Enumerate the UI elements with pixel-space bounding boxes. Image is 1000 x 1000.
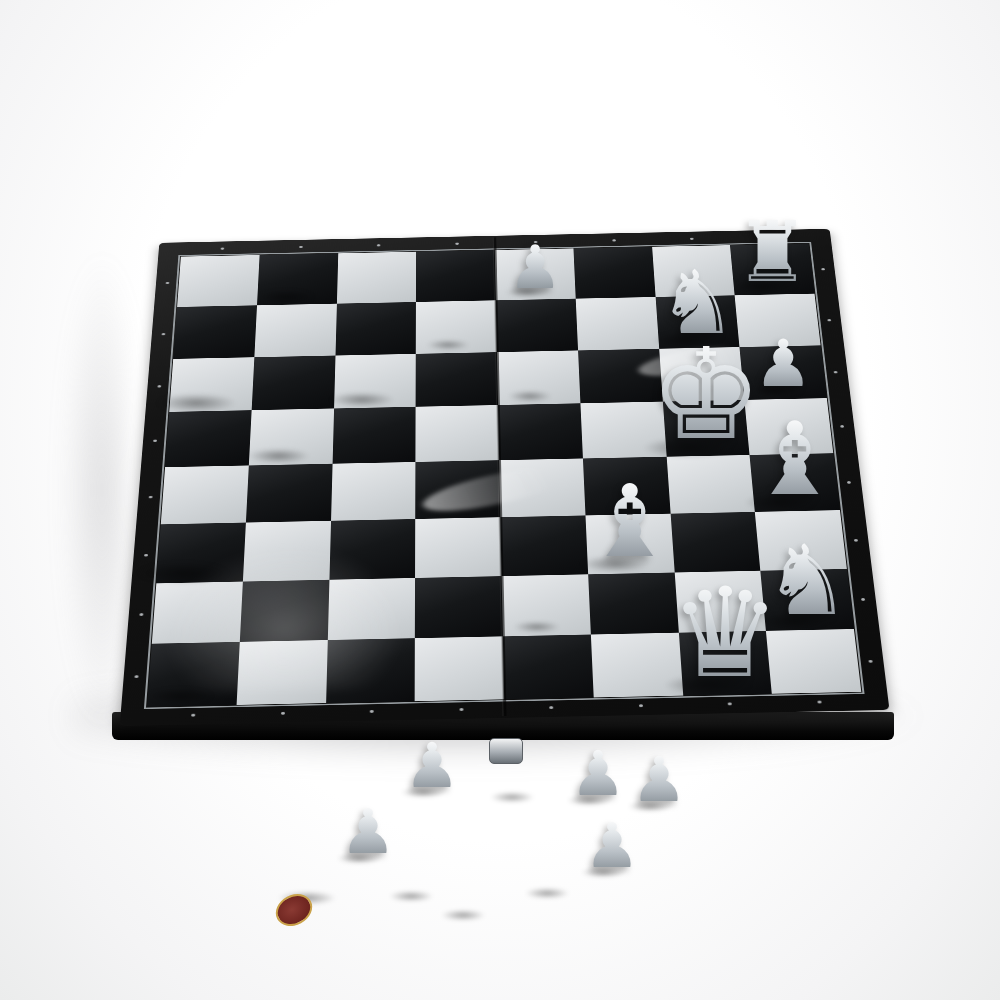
piece-gold-rook-b8[interactable]: ♜ xyxy=(261,222,334,303)
piece-gold-bishop-c6[interactable]: ♝ xyxy=(334,315,416,407)
piece-gold-knight-b5[interactable]: ♞ xyxy=(252,375,331,463)
piece-gold-pawn-captured[interactable]: ♟ xyxy=(444,858,500,920)
piece-gold-rook-a1[interactable]: ♜ xyxy=(152,611,235,704)
piece-silver-king-g5[interactable]: ♚ xyxy=(650,332,763,458)
piece-silver-bishop-h4[interactable]: ♝ xyxy=(750,409,841,510)
piece-gold-pawn-captured[interactable]: ♟ xyxy=(392,839,448,901)
pieces-layer: ♜♟♜♟♞♛♝♟♟♞♚♝♚♝♟♞♜♛♝♟♟♟♟♟♟♟♟♟ xyxy=(0,0,1000,1000)
piece-gold-pawn-captured[interactable]: ♟ xyxy=(493,740,549,802)
piece-gold-pawn-captured[interactable]: ♟ xyxy=(528,836,584,898)
chess-set-photo-scene: ♜♟♜♟♞♛♝♟♟♞♚♝♚♝♟♞♜♛♝♟♟♟♟♟♟♟♟♟ xyxy=(0,0,1000,1000)
piece-gold-king-a3[interactable]: ♚ xyxy=(143,455,259,584)
piece-gold-pawn-e6[interactable]: ♟ xyxy=(511,339,567,401)
piece-silver-pawn-captured[interactable]: ♟ xyxy=(584,815,640,877)
piece-silver-queen-g1[interactable]: ♛ xyxy=(670,571,781,695)
piece-silver-pawn-h6[interactable]: ♟ xyxy=(754,331,812,396)
piece-silver-pawn-captured[interactable]: ♟ xyxy=(404,735,460,797)
piece-gold-pawn-e2[interactable]: ♟ xyxy=(517,566,576,632)
piece-silver-pawn-captured[interactable]: ♟ xyxy=(631,749,687,811)
piece-gold-queen-a6[interactable]: ♛ xyxy=(161,300,261,412)
piece-silver-rook-h8[interactable]: ♜ xyxy=(735,210,810,294)
piece-silver-pawn-e8[interactable]: ♟ xyxy=(508,237,562,297)
piece-silver-bishop-f3[interactable]: ♝ xyxy=(585,472,675,572)
piece-silver-pawn-captured[interactable]: ♟ xyxy=(570,743,626,805)
piece-gold-pawn-d7[interactable]: ♟ xyxy=(430,290,484,350)
